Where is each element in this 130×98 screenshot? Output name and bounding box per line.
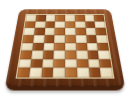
square-h1[interactable] [100,68,113,78]
square-e2[interactable] [65,59,77,68]
square-e3[interactable] [65,51,76,59]
square-h4[interactable] [97,43,109,51]
square-h7[interactable] [95,21,106,28]
square-b2[interactable] [30,59,42,68]
square-e6[interactable] [65,28,75,35]
square-d3[interactable] [54,51,65,59]
square-f3[interactable] [76,51,88,59]
square-b5[interactable] [33,35,44,43]
square-d7[interactable] [55,21,65,28]
square-h2[interactable] [99,59,112,68]
square-e1[interactable] [65,68,77,78]
board-grid [17,15,113,78]
square-c2[interactable] [42,59,54,68]
square-b1[interactable] [29,68,42,78]
square-f7[interactable] [75,21,85,28]
square-b4[interactable] [32,43,44,51]
square-f2[interactable] [76,59,88,68]
chess-board [4,9,125,90]
square-d1[interactable] [53,68,65,78]
square-c6[interactable] [44,28,55,35]
square-d2[interactable] [53,59,65,68]
square-e7[interactable] [65,21,75,28]
square-b7[interactable] [35,21,46,28]
square-c3[interactable] [42,51,54,59]
square-h6[interactable] [95,28,106,35]
square-e4[interactable] [65,43,76,51]
square-e5[interactable] [65,35,76,43]
square-h3[interactable] [98,51,110,59]
square-d5[interactable] [54,35,65,43]
square-d4[interactable] [54,43,65,51]
square-c7[interactable] [45,21,55,28]
chessboard-product-photo [0,0,130,98]
square-h5[interactable] [96,35,108,43]
square-c1[interactable] [41,68,53,78]
square-b6[interactable] [34,28,45,35]
square-f1[interactable] [77,68,89,78]
board-inlay-border [16,14,115,79]
square-f6[interactable] [75,28,86,35]
square-c4[interactable] [43,43,54,51]
square-d6[interactable] [55,28,65,35]
square-f4[interactable] [76,43,87,51]
square-b3[interactable] [31,51,43,59]
square-f5[interactable] [75,35,86,43]
square-c5[interactable] [44,35,55,43]
